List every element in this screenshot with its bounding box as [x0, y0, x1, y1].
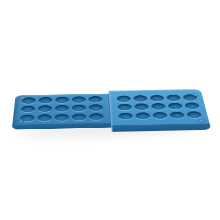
- board-panel-left: [12, 94, 112, 130]
- pit-r3-c4[interactable]: [71, 113, 85, 120]
- pit-r2-c3[interactable]: [54, 105, 68, 112]
- board-panel-right: [109, 89, 212, 132]
- pit-r1-c5[interactable]: [88, 96, 102, 102]
- pit-r2-c1[interactable]: [20, 106, 35, 113]
- corner-rivet-icon: [191, 93, 199, 96]
- pit-r3-c7[interactable]: [135, 112, 150, 119]
- pit-r2-c2[interactable]: [37, 105, 51, 112]
- pit-r1-c6[interactable]: [116, 96, 130, 102]
- pit-r2-c9[interactable]: [167, 103, 182, 110]
- board-side-edge: [112, 123, 211, 131]
- pit-r1-c7[interactable]: [133, 95, 148, 101]
- pit-r3-c6[interactable]: [118, 113, 133, 120]
- pit-r3-c2[interactable]: [37, 114, 52, 121]
- pit-r1-c8[interactable]: [149, 95, 164, 101]
- pit-r1-c4[interactable]: [71, 96, 85, 102]
- pit-r1-c3[interactable]: [55, 97, 69, 104]
- pit-r3-c10[interactable]: [186, 111, 202, 118]
- pit-r1-c9[interactable]: [166, 95, 181, 101]
- pit-r2-c5[interactable]: [88, 104, 102, 111]
- pit-r2-c6[interactable]: [117, 104, 132, 111]
- pit-r2-c8[interactable]: [151, 103, 166, 110]
- pit-r3-c3[interactable]: [54, 114, 68, 121]
- pit-r2-c10[interactable]: [184, 103, 199, 110]
- pit-r3-c9[interactable]: [169, 112, 184, 119]
- folding-pit-board: [12, 92, 210, 130]
- pit-r2-c7[interactable]: [134, 104, 149, 111]
- corner-rivet-icon: [197, 119, 205, 123]
- corner-rivet-icon: [17, 120, 25, 124]
- pit-r1-c2[interactable]: [38, 97, 52, 104]
- pit-r2-c4[interactable]: [71, 105, 85, 112]
- pit-r3-c8[interactable]: [152, 112, 167, 119]
- photo-background: [0, 0, 220, 220]
- pit-r3-c5[interactable]: [89, 113, 103, 120]
